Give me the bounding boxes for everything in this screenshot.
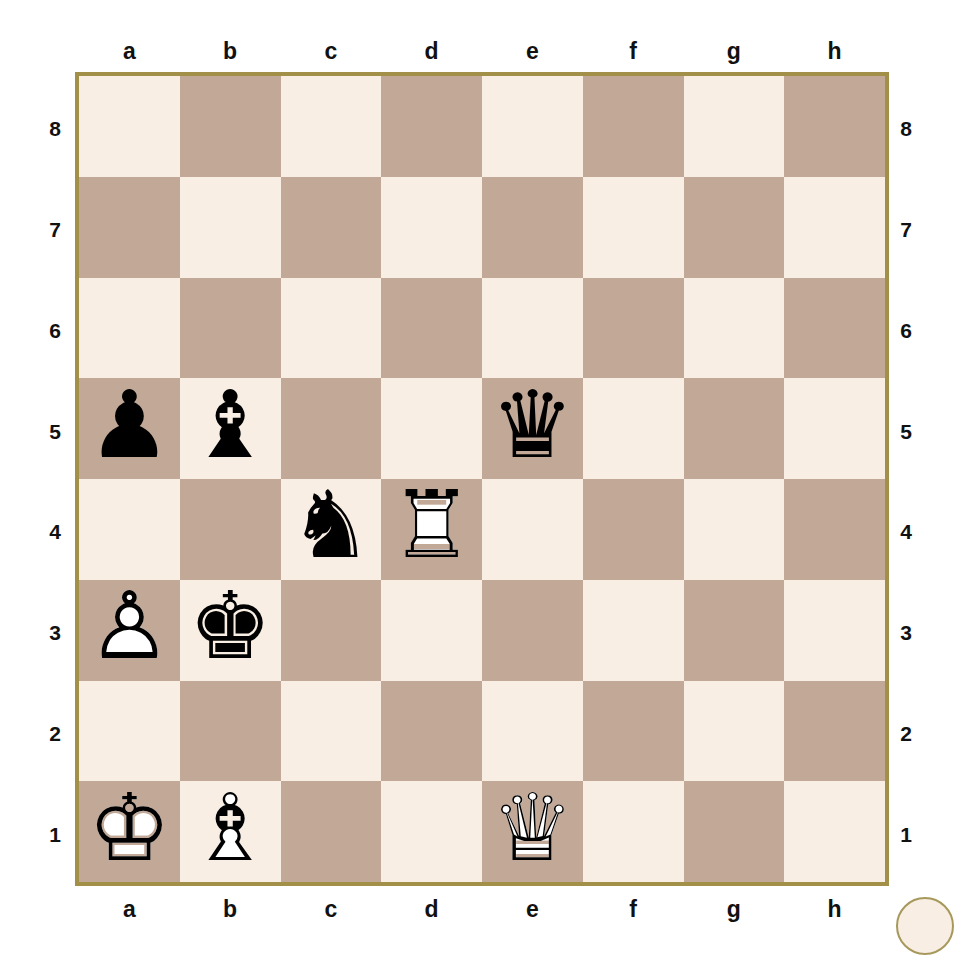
square-d7[interactable] <box>381 177 482 278</box>
square-d2[interactable] <box>381 681 482 782</box>
rank-labels-right: 87654321 <box>891 79 921 885</box>
square-g7[interactable] <box>684 177 785 278</box>
file-label-e: e <box>482 896 583 922</box>
square-h2[interactable] <box>784 681 885 782</box>
piece-white-king[interactable]: ♚♔ <box>79 781 180 882</box>
piece-black-knight[interactable]: ♞ <box>281 479 382 580</box>
black-king-glyph: ♚ <box>180 580 281 673</box>
rank-label-8: 8 <box>40 79 70 180</box>
chess-diagram: abcdefgh 87654321 87654321 ♟♝♛♞♜♖♟♙♚♚♔♝♗… <box>0 0 962 962</box>
file-label-f: f <box>583 896 684 922</box>
square-e7[interactable] <box>482 177 583 278</box>
file-label-e: e <box>482 38 583 64</box>
square-a2[interactable] <box>79 681 180 782</box>
rank-label-6: 6 <box>40 281 70 382</box>
piece-white-bishop[interactable]: ♝♗ <box>180 781 281 882</box>
square-e1[interactable]: ♛♕ <box>482 781 583 882</box>
square-h1[interactable] <box>784 781 885 882</box>
file-label-d: d <box>381 896 482 922</box>
board-frame: ♟♝♛♞♜♖♟♙♚♚♔♝♗♛♕ <box>75 72 889 886</box>
square-e2[interactable] <box>482 681 583 782</box>
white-queen-glyph-outline: ♕ <box>482 781 583 874</box>
file-label-a: a <box>79 896 180 922</box>
rank-labels-left: 87654321 <box>40 79 70 885</box>
rank-label-3: 3 <box>891 583 921 684</box>
square-b5[interactable]: ♝ <box>180 378 281 479</box>
file-label-g: g <box>684 38 785 64</box>
square-h4[interactable] <box>784 479 885 580</box>
square-d6[interactable] <box>381 278 482 379</box>
file-label-h: h <box>784 896 885 922</box>
rank-label-1: 1 <box>891 784 921 885</box>
file-label-f: f <box>583 38 684 64</box>
rank-label-2: 2 <box>891 684 921 785</box>
rank-label-3: 3 <box>40 583 70 684</box>
square-c1[interactable] <box>281 781 382 882</box>
file-label-b: b <box>180 38 281 64</box>
square-h5[interactable] <box>784 378 885 479</box>
rank-label-2: 2 <box>40 684 70 785</box>
file-label-g: g <box>684 896 785 922</box>
square-c2[interactable] <box>281 681 382 782</box>
white-to-move-indicator[interactable] <box>896 897 954 955</box>
square-c5[interactable] <box>281 378 382 479</box>
square-g8[interactable] <box>684 76 785 177</box>
piece-white-pawn[interactable]: ♟♙ <box>79 580 180 681</box>
file-label-h: h <box>784 38 885 64</box>
black-bishop-glyph: ♝ <box>180 378 281 471</box>
square-d5[interactable] <box>381 378 482 479</box>
square-e6[interactable] <box>482 278 583 379</box>
square-a4[interactable] <box>79 479 180 580</box>
square-a5[interactable]: ♟ <box>79 378 180 479</box>
file-label-a: a <box>79 38 180 64</box>
square-a7[interactable] <box>79 177 180 278</box>
square-g4[interactable] <box>684 479 785 580</box>
piece-white-queen[interactable]: ♛♕ <box>482 781 583 882</box>
square-h6[interactable] <box>784 278 885 379</box>
square-h8[interactable] <box>784 76 885 177</box>
white-bishop-glyph-outline: ♗ <box>180 781 281 874</box>
rank-label-5: 5 <box>40 381 70 482</box>
rank-label-6: 6 <box>891 281 921 382</box>
square-b6[interactable] <box>180 278 281 379</box>
square-f3[interactable] <box>583 580 684 681</box>
chess-board: ♟♝♛♞♜♖♟♙♚♚♔♝♗♛♕ <box>79 76 885 882</box>
rank-label-4: 4 <box>891 482 921 583</box>
piece-black-bishop[interactable]: ♝ <box>180 378 281 479</box>
square-a1[interactable]: ♚♔ <box>79 781 180 882</box>
black-queen-glyph: ♛ <box>482 378 583 471</box>
square-b8[interactable] <box>180 76 281 177</box>
piece-black-pawn[interactable]: ♟ <box>79 378 180 479</box>
file-labels-top: abcdefgh <box>79 38 885 64</box>
black-pawn-glyph: ♟ <box>79 378 180 471</box>
file-label-c: c <box>281 38 382 64</box>
square-c3[interactable] <box>281 580 382 681</box>
square-e8[interactable] <box>482 76 583 177</box>
square-b2[interactable] <box>180 681 281 782</box>
rank-label-4: 4 <box>40 482 70 583</box>
square-c6[interactable] <box>281 278 382 379</box>
file-labels-bottom: abcdefgh <box>79 896 885 922</box>
square-f8[interactable] <box>583 76 684 177</box>
square-d4[interactable]: ♜♖ <box>381 479 482 580</box>
black-knight-glyph: ♞ <box>281 479 382 572</box>
square-a8[interactable] <box>79 76 180 177</box>
square-a6[interactable] <box>79 278 180 379</box>
square-d8[interactable] <box>381 76 482 177</box>
rank-label-5: 5 <box>891 381 921 482</box>
white-pawn-glyph-outline: ♙ <box>79 580 180 673</box>
square-h3[interactable] <box>784 580 885 681</box>
square-e5[interactable]: ♛ <box>482 378 583 479</box>
piece-black-king[interactable]: ♚ <box>180 580 281 681</box>
rank-label-1: 1 <box>40 784 70 885</box>
square-f1[interactable] <box>583 781 684 882</box>
square-b7[interactable] <box>180 177 281 278</box>
square-g5[interactable] <box>684 378 785 479</box>
square-f7[interactable] <box>583 177 684 278</box>
square-d3[interactable] <box>381 580 482 681</box>
square-f5[interactable] <box>583 378 684 479</box>
square-b4[interactable] <box>180 479 281 580</box>
rank-label-7: 7 <box>891 180 921 281</box>
square-h7[interactable] <box>784 177 885 278</box>
square-g3[interactable] <box>684 580 785 681</box>
white-rook-glyph-outline: ♖ <box>381 479 482 572</box>
square-b1[interactable]: ♝♗ <box>180 781 281 882</box>
square-f2[interactable] <box>583 681 684 782</box>
rank-label-8: 8 <box>891 79 921 180</box>
square-c8[interactable] <box>281 76 382 177</box>
square-b3[interactable]: ♚ <box>180 580 281 681</box>
square-c7[interactable] <box>281 177 382 278</box>
square-f6[interactable] <box>583 278 684 379</box>
rank-label-7: 7 <box>40 180 70 281</box>
piece-white-rook[interactable]: ♜♖ <box>381 479 482 580</box>
file-label-b: b <box>180 896 281 922</box>
white-king-glyph-outline: ♔ <box>79 781 180 874</box>
square-a3[interactable]: ♟♙ <box>79 580 180 681</box>
square-e4[interactable] <box>482 479 583 580</box>
square-g1[interactable] <box>684 781 785 882</box>
piece-black-queen[interactable]: ♛ <box>482 378 583 479</box>
square-g2[interactable] <box>684 681 785 782</box>
square-f4[interactable] <box>583 479 684 580</box>
file-label-d: d <box>381 38 482 64</box>
square-d1[interactable] <box>381 781 482 882</box>
file-label-c: c <box>281 896 382 922</box>
square-g6[interactable] <box>684 278 785 379</box>
square-e3[interactable] <box>482 580 583 681</box>
square-c4[interactable]: ♞ <box>281 479 382 580</box>
